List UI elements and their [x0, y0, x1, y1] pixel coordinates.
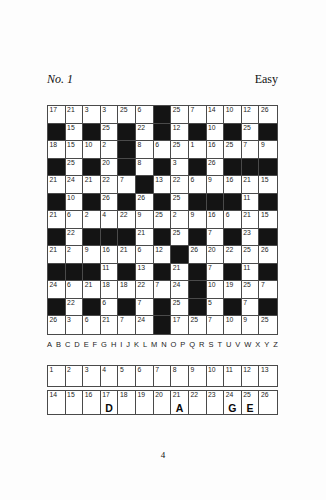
- cell-number: 6: [67, 211, 71, 219]
- codeword-cell: 5: [207, 299, 225, 317]
- codeword-cell: 21: [101, 316, 119, 334]
- reference-number: 13: [261, 366, 269, 374]
- cell-number: 26: [50, 316, 58, 324]
- codeword-cell: 18: [48, 141, 66, 159]
- cell-number: 11: [243, 264, 250, 272]
- codeword-cell: 25: [242, 246, 260, 264]
- cell-number: 26: [138, 194, 146, 202]
- codeword-cell: 21: [242, 211, 260, 229]
- codeword-cell: 6: [136, 106, 154, 124]
- codeword-cell: 20: [101, 159, 119, 177]
- codeword-cell: 19: [224, 281, 242, 299]
- cell-number: 25: [243, 281, 251, 289]
- cell-number: 24: [67, 176, 75, 184]
- reference-cell: 25E: [242, 391, 260, 414]
- reference-number: 1: [50, 366, 54, 374]
- black-cell: [154, 106, 172, 124]
- cell-number: 2: [173, 211, 177, 219]
- codeword-cell: 8: [136, 159, 154, 177]
- codeword-cell: 21: [136, 229, 154, 247]
- codeword-cell: 10: [66, 194, 84, 212]
- reference-number: 19: [138, 391, 146, 399]
- cell-number: 8: [138, 159, 142, 167]
- cell-number: 10: [226, 316, 234, 324]
- reference-number: 11: [226, 366, 233, 374]
- cell-number: 12: [173, 124, 181, 132]
- codeword-cell: 14: [207, 106, 225, 124]
- cell-number: 6: [138, 106, 142, 114]
- reference-cell: 8: [171, 366, 189, 386]
- alphabet-letter: T: [217, 340, 222, 349]
- reference-number: 24: [226, 391, 234, 399]
- cell-number: 3: [85, 106, 89, 114]
- cell-number: 6: [102, 299, 106, 307]
- black-cell: [259, 124, 277, 142]
- cell-number: 7: [190, 106, 194, 114]
- codeword-cell: 22: [118, 211, 136, 229]
- cell-number: 12: [243, 106, 251, 114]
- reference-cell: 5: [118, 366, 136, 386]
- cell-number: 7: [120, 176, 124, 184]
- codeword-cell: 6: [154, 141, 172, 159]
- reference-cell: 9: [189, 366, 207, 386]
- cell-number: 11: [102, 264, 109, 272]
- cell-number: 7: [261, 281, 265, 289]
- cell-number: 18: [50, 141, 58, 149]
- cell-number: 21: [138, 229, 146, 237]
- codeword-cell: 13: [136, 264, 154, 282]
- codeword-cell: 26: [207, 159, 225, 177]
- reference-number: 2: [67, 366, 71, 374]
- codeword-cell: 16: [207, 211, 225, 229]
- codeword-cell: 21: [48, 246, 66, 264]
- cell-number: 21: [173, 264, 181, 272]
- reference-cell: 1: [48, 366, 66, 386]
- cell-number: 22: [120, 211, 128, 219]
- reference-cell: 10: [207, 366, 225, 386]
- codeword-cell: 26: [189, 246, 207, 264]
- codeword-cell: 3: [83, 106, 101, 124]
- cell-number: 6: [67, 281, 71, 289]
- codeword-cell: 17: [48, 106, 66, 124]
- codeword-cell: 7: [136, 299, 154, 317]
- codeword-cell: 7: [118, 316, 136, 334]
- codeword-cell: 12: [171, 124, 189, 142]
- codeword-cell: 25: [171, 299, 189, 317]
- codeword-cell: 25: [154, 211, 172, 229]
- codeword-cell: 9: [242, 316, 260, 334]
- cell-number: 15: [261, 211, 269, 219]
- black-cell: [171, 246, 189, 264]
- black-cell: [48, 159, 66, 177]
- codeword-cell: 7: [118, 176, 136, 194]
- reference-cell: 7: [154, 366, 172, 386]
- codeword-cell: 18: [118, 281, 136, 299]
- black-cell: [48, 264, 66, 282]
- reference-number: 7: [155, 366, 159, 374]
- codeword-cell: 2: [101, 141, 119, 159]
- cell-number: 22: [226, 246, 234, 254]
- black-cell: [83, 299, 101, 317]
- black-cell: [118, 229, 136, 247]
- cell-number: 5: [208, 299, 212, 307]
- codeword-cell: 10: [207, 281, 225, 299]
- cell-number: 25: [173, 229, 181, 237]
- cell-number: 22: [102, 176, 110, 184]
- black-cell: [66, 264, 84, 282]
- codeword-cell: 21: [242, 176, 260, 194]
- cell-number: 3: [102, 106, 106, 114]
- alphabet-letter: P: [180, 340, 185, 349]
- alphabet-letter: Q: [189, 340, 195, 349]
- codeword-cell: 10: [83, 141, 101, 159]
- codeword-cell: 25: [259, 316, 277, 334]
- alphabet-letter: D: [74, 340, 79, 349]
- codeword-cell: 7: [242, 141, 260, 159]
- alphabet-letter: F: [93, 340, 98, 349]
- reference-number: 18: [120, 391, 128, 399]
- cell-number: 15: [67, 124, 75, 132]
- cell-number: 16: [102, 246, 110, 254]
- cell-number: 15: [261, 176, 269, 184]
- alphabet-letter: M: [151, 340, 157, 349]
- codeword-page: No. 1 Easy 17213325625714101226152522121…: [0, 0, 326, 500]
- black-cell: [259, 264, 277, 282]
- reference-number: 22: [190, 391, 198, 399]
- codeword-cell: 13: [154, 176, 172, 194]
- cell-number: 12: [155, 246, 163, 254]
- cell-number: 23: [243, 229, 251, 237]
- cell-number: 9: [243, 316, 247, 324]
- black-cell: [118, 124, 136, 142]
- codeword-cell: 16: [224, 176, 242, 194]
- codeword-cell: 21: [48, 211, 66, 229]
- black-cell: [101, 229, 119, 247]
- codeword-cell: 25: [171, 106, 189, 124]
- codeword-cell: 21: [66, 106, 84, 124]
- codeword-cell: 25: [66, 159, 84, 177]
- codeword-cell: 21: [118, 246, 136, 264]
- cell-number: 25: [102, 124, 110, 132]
- cell-number: 2: [85, 211, 89, 219]
- alphabet-letter: B: [56, 340, 61, 349]
- codeword-cell: 22: [101, 176, 119, 194]
- alphabet-letter: X: [255, 340, 260, 349]
- reference-cell: 26: [259, 391, 277, 414]
- codeword-cell: 22: [136, 124, 154, 142]
- codeword-cell: 23: [242, 229, 260, 247]
- reference-number: 12: [243, 366, 251, 374]
- black-cell: [259, 159, 277, 177]
- codeword-cell: 26: [259, 246, 277, 264]
- alphabet-letter: L: [143, 340, 147, 349]
- cell-number: 6: [155, 141, 159, 149]
- codeword-cell: 9: [83, 246, 101, 264]
- black-cell: [189, 159, 207, 177]
- codeword-cell: 25: [118, 106, 136, 124]
- cell-number: 10: [85, 141, 93, 149]
- codeword-cell: 9: [207, 176, 225, 194]
- cell-number: 22: [67, 299, 75, 307]
- codeword-cell: 2: [66, 246, 84, 264]
- codeword-cell: 25: [224, 141, 242, 159]
- cell-number: 20: [102, 159, 110, 167]
- cell-number: 9: [208, 176, 212, 184]
- black-cell: [118, 299, 136, 317]
- codeword-cell: 21: [48, 176, 66, 194]
- black-cell: [118, 141, 136, 159]
- codeword-cell: 24: [136, 316, 154, 334]
- reference-cell: 14: [48, 391, 66, 414]
- black-cell: [224, 194, 242, 212]
- cell-number: 7: [243, 141, 247, 149]
- cell-number: 24: [173, 281, 181, 289]
- reference-number: 10: [208, 366, 216, 374]
- black-cell: [83, 229, 101, 247]
- black-cell: [118, 159, 136, 177]
- codeword-cell: 8: [136, 141, 154, 159]
- cell-number: 25: [120, 106, 128, 114]
- codeword-cell: 11: [242, 264, 260, 282]
- cell-number: 2: [67, 246, 71, 254]
- codeword-cell: 21: [83, 281, 101, 299]
- alphabet-letter: Y: [264, 340, 269, 349]
- cell-number: 21: [243, 176, 251, 184]
- reference-number: 17: [102, 391, 110, 399]
- black-cell: [154, 264, 172, 282]
- cell-number: 20: [208, 246, 216, 254]
- codeword-cell: 12: [242, 106, 260, 124]
- reference-cell: 18: [118, 391, 136, 414]
- codeword-cell: 26: [136, 194, 154, 212]
- black-cell: [48, 299, 66, 317]
- reference-cell: 16: [83, 391, 101, 414]
- black-cell: [154, 229, 172, 247]
- alphabet-letter: J: [126, 340, 130, 349]
- cell-number: 21: [120, 246, 128, 254]
- cell-number: 9: [190, 211, 194, 219]
- codeword-cell: 7: [207, 316, 225, 334]
- codeword-cell: 25: [101, 124, 119, 142]
- cell-number: 18: [102, 281, 110, 289]
- codeword-cell: 17: [171, 316, 189, 334]
- reference-number: 20: [155, 391, 163, 399]
- cell-number: 25: [173, 194, 181, 202]
- alphabet-letter: H: [111, 340, 116, 349]
- cell-number: 25: [173, 299, 181, 307]
- black-cell: [154, 316, 172, 334]
- cell-number: 25: [243, 124, 251, 132]
- codeword-cell: 16: [207, 141, 225, 159]
- cell-number: 25: [190, 316, 198, 324]
- cell-number: 21: [50, 211, 58, 219]
- codeword-cell: 7: [189, 106, 207, 124]
- cell-number: 25: [243, 246, 251, 254]
- cell-number: 16: [208, 141, 216, 149]
- cell-number: 24: [138, 316, 146, 324]
- cell-number: 4: [102, 211, 106, 219]
- black-cell: [259, 229, 277, 247]
- codeword-cell: 7: [207, 264, 225, 282]
- puzzle-number: No. 1: [47, 72, 73, 87]
- codeword-cell: 7: [259, 281, 277, 299]
- codeword-cell: 24: [66, 176, 84, 194]
- reference-cell: 24G: [224, 391, 242, 414]
- cell-number: 3: [67, 316, 71, 324]
- cell-number: 13: [138, 264, 146, 272]
- codeword-cell: 18: [101, 281, 119, 299]
- black-cell: [136, 176, 154, 194]
- cell-number: 6: [85, 316, 89, 324]
- black-cell: [224, 159, 242, 177]
- cell-number: 13: [155, 176, 163, 184]
- codeword-cell: 10: [207, 124, 225, 142]
- cell-number: 10: [67, 194, 75, 202]
- black-cell: [154, 194, 172, 212]
- reference-grid-1-13: 12345678910111213: [47, 365, 278, 387]
- alphabet-letter: O: [171, 340, 177, 349]
- black-cell: [189, 229, 207, 247]
- alphabet-letter: C: [65, 340, 70, 349]
- cell-number: 25: [67, 159, 75, 167]
- codeword-cell: 25: [171, 229, 189, 247]
- alphabet-letter: G: [101, 340, 107, 349]
- cell-number: 25: [173, 141, 181, 149]
- reference-number: 15: [67, 391, 75, 399]
- codeword-cell: 2: [83, 211, 101, 229]
- black-cell: [224, 229, 242, 247]
- codeword-cell: 11: [101, 264, 119, 282]
- codeword-cell: 25: [189, 316, 207, 334]
- black-cell: [189, 264, 207, 282]
- reference-number: 16: [85, 391, 93, 399]
- black-cell: [207, 194, 225, 212]
- codeword-cell: 7: [154, 281, 172, 299]
- page-header: No. 1 Easy: [47, 72, 278, 87]
- black-cell: [48, 229, 66, 247]
- alphabet-letter: V: [235, 340, 240, 349]
- codeword-cell: 21: [83, 176, 101, 194]
- black-cell: [83, 124, 101, 142]
- cell-number: 25: [226, 141, 234, 149]
- reference-cell: 20: [154, 391, 172, 414]
- codeword-cell: 25: [171, 194, 189, 212]
- reference-number: 25: [243, 391, 251, 399]
- reference-number: 8: [173, 366, 177, 374]
- given-letter: E: [242, 402, 259, 414]
- codeword-cell: 1: [189, 141, 207, 159]
- codeword-cell: 7: [242, 299, 260, 317]
- codeword-cell: 20: [207, 246, 225, 264]
- black-cell: [242, 159, 260, 177]
- cell-number: 21: [67, 106, 75, 114]
- reference-cell: 12: [242, 366, 260, 386]
- reference-cell: 13: [259, 366, 277, 386]
- reference-cell: 3: [83, 366, 101, 386]
- cell-number: 26: [190, 246, 198, 254]
- cell-number: 1: [190, 141, 194, 149]
- codeword-cell: 6: [189, 176, 207, 194]
- alphabet-letter: K: [134, 340, 139, 349]
- cell-number: 22: [173, 176, 181, 184]
- cell-number: 26: [208, 159, 216, 167]
- codeword-cell: 25: [171, 141, 189, 159]
- alphabet-letter: E: [84, 340, 89, 349]
- cell-number: 26: [261, 246, 269, 254]
- cell-number: 21: [50, 176, 58, 184]
- codeword-cell: 22: [224, 246, 242, 264]
- alphabet-letter: U: [226, 340, 231, 349]
- codeword-cell: 26: [101, 194, 119, 212]
- cell-number: 7: [243, 299, 247, 307]
- black-cell: [154, 159, 172, 177]
- codeword-cell: 15: [66, 124, 84, 142]
- reference-number: 26: [261, 391, 269, 399]
- cell-number: 7: [155, 281, 159, 289]
- reference-cell: 21A: [171, 391, 189, 414]
- cell-number: 10: [208, 124, 216, 132]
- cell-number: 19: [226, 281, 234, 289]
- codeword-cell: 3: [101, 106, 119, 124]
- alphabet-letter: W: [244, 340, 251, 349]
- reference-number: 23: [208, 391, 216, 399]
- codeword-cell: 26: [48, 316, 66, 334]
- codeword-cell: 22: [136, 281, 154, 299]
- codeword-cell: 6: [66, 281, 84, 299]
- cell-number: 24: [50, 281, 58, 289]
- black-cell: [189, 299, 207, 317]
- codeword-cell: 10: [224, 316, 242, 334]
- cell-number: 6: [138, 246, 142, 254]
- reference-number: 9: [190, 366, 194, 374]
- codeword-cell: 15: [66, 141, 84, 159]
- codeword-cell: 3: [66, 316, 84, 334]
- black-cell: [224, 299, 242, 317]
- cell-number: 9: [85, 246, 89, 254]
- codeword-cell: 2: [171, 211, 189, 229]
- reference-number: 6: [138, 366, 142, 374]
- cell-number: 2: [102, 141, 106, 149]
- cell-number: 22: [138, 281, 146, 289]
- codeword-cell: 6: [224, 211, 242, 229]
- alphabet-letter: A: [47, 340, 52, 349]
- black-cell: [48, 124, 66, 142]
- codeword-cell: 9: [189, 211, 207, 229]
- codeword-cell: 4: [101, 211, 119, 229]
- black-cell: [83, 264, 101, 282]
- codeword-cell: 21: [171, 264, 189, 282]
- reference-cell: 6: [136, 366, 154, 386]
- black-cell: [83, 194, 101, 212]
- codeword-cell: 24: [171, 281, 189, 299]
- alphabet-letter: S: [208, 340, 213, 349]
- cell-number: 9: [261, 141, 265, 149]
- alphabet-letter: R: [199, 340, 204, 349]
- difficulty-label: Easy: [255, 72, 278, 87]
- codeword-cell: 22: [66, 299, 84, 317]
- black-cell: [154, 299, 172, 317]
- codeword-cell: 22: [171, 176, 189, 194]
- codeword-cell: 24: [48, 281, 66, 299]
- cell-number: 7: [208, 316, 212, 324]
- codeword-cell: 15: [259, 211, 277, 229]
- reference-number: 21: [173, 391, 181, 399]
- black-cell: [224, 264, 242, 282]
- codeword-cell: 6: [136, 246, 154, 264]
- alphabet-letter: N: [161, 340, 166, 349]
- reference-number: 3: [85, 366, 89, 374]
- codeword-cell: 6: [66, 211, 84, 229]
